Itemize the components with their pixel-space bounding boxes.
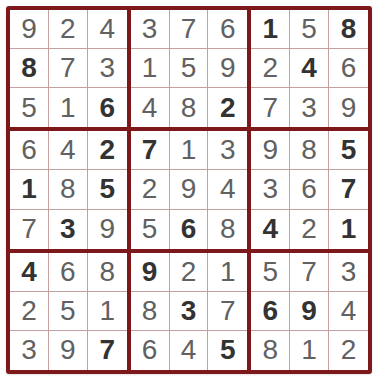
cell-r8c5[interactable]: 3 bbox=[170, 292, 209, 331]
cell-r2c9[interactable]: 6 bbox=[329, 49, 368, 88]
box-2-3: 985367421 bbox=[249, 129, 370, 250]
cell-r5c5[interactable]: 9 bbox=[170, 170, 209, 209]
cell-r2c1[interactable]: 8 bbox=[10, 49, 49, 88]
cell-r7c2[interactable]: 6 bbox=[49, 253, 88, 292]
cell-r5c9[interactable]: 7 bbox=[329, 170, 368, 209]
cell-r3c7[interactable]: 7 bbox=[251, 88, 290, 127]
cell-r2c6[interactable]: 9 bbox=[208, 49, 247, 88]
cell-r8c7[interactable]: 6 bbox=[251, 292, 290, 331]
cell-r4c6[interactable]: 3 bbox=[208, 131, 247, 170]
cell-r6c1[interactable]: 7 bbox=[10, 210, 49, 249]
cell-r3c5[interactable]: 8 bbox=[170, 88, 209, 127]
cell-r8c9[interactable]: 4 bbox=[329, 292, 368, 331]
cell-r4c5[interactable]: 1 bbox=[170, 131, 209, 170]
cell-r8c1[interactable]: 2 bbox=[10, 292, 49, 331]
cell-r8c6[interactable]: 7 bbox=[208, 292, 247, 331]
cell-r4c3[interactable]: 2 bbox=[88, 131, 127, 170]
box-2-1: 642185739 bbox=[8, 129, 129, 250]
cell-r1c9[interactable]: 8 bbox=[329, 10, 368, 49]
sudoku-screen: 9248735163761594821582467396421857397132… bbox=[0, 0, 378, 380]
cell-r6c3[interactable]: 9 bbox=[88, 210, 127, 249]
cell-r2c4[interactable]: 1 bbox=[131, 49, 170, 88]
cell-r1c7[interactable]: 1 bbox=[251, 10, 290, 49]
box-3-3: 573694812 bbox=[249, 251, 370, 372]
cell-r4c8[interactable]: 8 bbox=[290, 131, 329, 170]
cell-r5c7[interactable]: 3 bbox=[251, 170, 290, 209]
cell-r7c5[interactable]: 2 bbox=[170, 253, 209, 292]
cell-r3c1[interactable]: 5 bbox=[10, 88, 49, 127]
cell-r5c1[interactable]: 1 bbox=[10, 170, 49, 209]
cell-r5c3[interactable]: 5 bbox=[88, 170, 127, 209]
cell-r2c7[interactable]: 2 bbox=[251, 49, 290, 88]
cell-r4c4[interactable]: 7 bbox=[131, 131, 170, 170]
cell-r3c4[interactable]: 4 bbox=[131, 88, 170, 127]
cell-r5c8[interactable]: 6 bbox=[290, 170, 329, 209]
cell-r6c7[interactable]: 4 bbox=[251, 210, 290, 249]
cell-r2c2[interactable]: 7 bbox=[49, 49, 88, 88]
cell-r6c9[interactable]: 1 bbox=[329, 210, 368, 249]
cell-r1c1[interactable]: 9 bbox=[10, 10, 49, 49]
cell-r9c5[interactable]: 4 bbox=[170, 331, 209, 370]
cell-r2c8[interactable]: 4 bbox=[290, 49, 329, 88]
cell-r4c9[interactable]: 5 bbox=[329, 131, 368, 170]
box-2-2: 713294568 bbox=[129, 129, 250, 250]
cell-r5c6[interactable]: 4 bbox=[208, 170, 247, 209]
cell-r7c9[interactable]: 3 bbox=[329, 253, 368, 292]
box-3-1: 468251397 bbox=[8, 251, 129, 372]
cell-r1c4[interactable]: 3 bbox=[131, 10, 170, 49]
box-1-3: 158246739 bbox=[249, 8, 370, 129]
cell-r7c7[interactable]: 5 bbox=[251, 253, 290, 292]
cell-r3c3[interactable]: 6 bbox=[88, 88, 127, 127]
cell-r8c3[interactable]: 1 bbox=[88, 292, 127, 331]
cell-r4c1[interactable]: 6 bbox=[10, 131, 49, 170]
cell-r8c2[interactable]: 5 bbox=[49, 292, 88, 331]
cell-r7c3[interactable]: 8 bbox=[88, 253, 127, 292]
cell-r1c2[interactable]: 2 bbox=[49, 10, 88, 49]
cell-r1c6[interactable]: 6 bbox=[208, 10, 247, 49]
cell-r2c3[interactable]: 3 bbox=[88, 49, 127, 88]
cell-r3c8[interactable]: 3 bbox=[290, 88, 329, 127]
cell-r6c8[interactable]: 2 bbox=[290, 210, 329, 249]
cell-r5c2[interactable]: 8 bbox=[49, 170, 88, 209]
cell-r1c5[interactable]: 7 bbox=[170, 10, 209, 49]
cell-r1c3[interactable]: 4 bbox=[88, 10, 127, 49]
cell-r8c4[interactable]: 8 bbox=[131, 292, 170, 331]
cell-r9c3[interactable]: 7 bbox=[88, 331, 127, 370]
cell-r3c9[interactable]: 9 bbox=[329, 88, 368, 127]
sudoku-board: 9248735163761594821582467396421857397132… bbox=[6, 6, 372, 374]
cell-r7c8[interactable]: 7 bbox=[290, 253, 329, 292]
cell-r5c4[interactable]: 2 bbox=[131, 170, 170, 209]
cell-r7c1[interactable]: 4 bbox=[10, 253, 49, 292]
cell-r8c8[interactable]: 9 bbox=[290, 292, 329, 331]
box-1-2: 376159482 bbox=[129, 8, 250, 129]
cell-r9c7[interactable]: 8 bbox=[251, 331, 290, 370]
cell-r7c6[interactable]: 1 bbox=[208, 253, 247, 292]
cell-r1c8[interactable]: 5 bbox=[290, 10, 329, 49]
cell-r6c2[interactable]: 3 bbox=[49, 210, 88, 249]
cell-r3c2[interactable]: 1 bbox=[49, 88, 88, 127]
box-1-1: 924873516 bbox=[8, 8, 129, 129]
cell-r2c5[interactable]: 5 bbox=[170, 49, 209, 88]
cell-r3c6[interactable]: 2 bbox=[208, 88, 247, 127]
cell-r9c2[interactable]: 9 bbox=[49, 331, 88, 370]
cell-r6c5[interactable]: 6 bbox=[170, 210, 209, 249]
cell-r6c6[interactable]: 8 bbox=[208, 210, 247, 249]
cell-r9c4[interactable]: 6 bbox=[131, 331, 170, 370]
cell-r6c4[interactable]: 5 bbox=[131, 210, 170, 249]
cell-r4c7[interactable]: 9 bbox=[251, 131, 290, 170]
box-3-2: 921837645 bbox=[129, 251, 250, 372]
cell-r9c8[interactable]: 1 bbox=[290, 331, 329, 370]
cell-r7c4[interactable]: 9 bbox=[131, 253, 170, 292]
cell-r9c1[interactable]: 3 bbox=[10, 331, 49, 370]
cell-r4c2[interactable]: 4 bbox=[49, 131, 88, 170]
cell-r9c9[interactable]: 2 bbox=[329, 331, 368, 370]
cell-r9c6[interactable]: 5 bbox=[208, 331, 247, 370]
